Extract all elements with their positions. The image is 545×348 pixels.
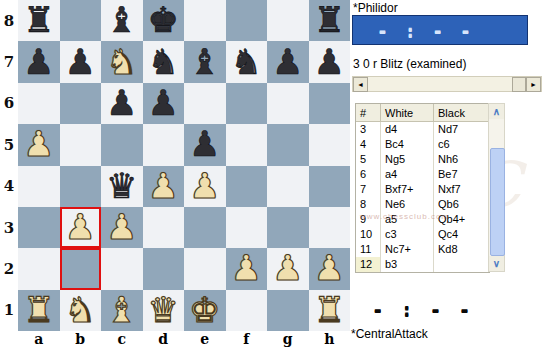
rank-label-7: 7 — [0, 41, 18, 82]
square-h8[interactable]: ♜ — [309, 0, 351, 41]
square-b2[interactable] — [60, 248, 102, 289]
piece-white-rook: ♜ — [23, 293, 54, 328]
move-cell-12-num[interactable]: 12 — [356, 257, 381, 272]
piece-white-pawn: ♟ — [65, 210, 96, 245]
square-h5[interactable] — [309, 124, 351, 165]
square-b1[interactable]: ♞ — [60, 290, 102, 331]
square-e5[interactable]: ♟ — [184, 124, 226, 165]
file-labels: abcdefgh — [18, 331, 350, 348]
move-row-5[interactable]: 5Ng5Nh6 — [356, 152, 489, 167]
chess-app-window: 87654321 ♜♝♚♜♟♟♞♞♝♞♟♟♟♟♟♟♛♟♟♟♟♟♟♟♜♞♝♛♚♜ … — [0, 0, 545, 348]
square-c1[interactable]: ♝ — [101, 290, 143, 331]
piece-black-bishop: ♝ — [106, 3, 137, 38]
move-cell-10-num[interactable]: 10 — [356, 227, 381, 242]
move-header-white: White — [381, 104, 434, 122]
move-row-4[interactable]: 4Bc4c6 — [356, 137, 489, 152]
rank-labels: 87654321 — [0, 0, 18, 331]
square-c8[interactable]: ♝ — [101, 0, 143, 41]
square-a6[interactable] — [18, 83, 60, 124]
square-h7[interactable]: ♟ — [309, 41, 351, 82]
move-row-11[interactable]: 11Nc7+Kd8 — [356, 242, 489, 257]
square-a1[interactable]: ♜ — [18, 290, 60, 331]
move-cell-4-black[interactable]: c6 — [434, 137, 489, 152]
move-row-8[interactable]: 8Ne6Qb6 — [356, 197, 489, 212]
piece-white-pawn: ♟ — [272, 251, 303, 286]
square-d5[interactable] — [143, 124, 185, 165]
square-h2[interactable]: ♟ — [309, 248, 351, 289]
square-c7[interactable]: ♞ — [101, 41, 143, 82]
piece-black-pawn: ♟ — [272, 45, 303, 80]
square-a8[interactable]: ♜ — [18, 0, 60, 41]
square-f4[interactable] — [226, 166, 268, 207]
move-header-black: Black — [434, 104, 489, 122]
square-c4[interactable]: ♛ — [101, 166, 143, 207]
square-a3[interactable] — [18, 207, 60, 248]
move-row-12[interactable]: 12b3 — [356, 257, 489, 272]
square-b3[interactable]: ♟ — [60, 207, 102, 248]
move-header-num: # — [356, 104, 381, 122]
square-e4[interactable]: ♟ — [184, 166, 226, 207]
piece-black-pawn: ♟ — [314, 45, 345, 80]
piece-white-pawn: ♟ — [314, 251, 345, 286]
square-c6[interactable]: ♟ — [101, 83, 143, 124]
player-name-bottom: *CentralAttack — [351, 327, 428, 341]
square-f7[interactable]: ♞ — [226, 41, 268, 82]
piece-white-pawn: ♟ — [189, 169, 220, 204]
square-g7[interactable]: ♟ — [267, 41, 309, 82]
square-a2[interactable] — [18, 248, 60, 289]
piece-black-queen: ♛ — [106, 169, 137, 204]
scrollbar-down-arrow-icon[interactable]: ∨ — [489, 256, 504, 271]
piece-white-knight: ♞ — [106, 45, 137, 80]
square-g4[interactable] — [267, 166, 309, 207]
move-cell-6-black[interactable]: Be7 — [434, 167, 489, 182]
player-name-top: *Philidor — [353, 1, 398, 15]
move-cell-10-white[interactable]: c3 — [381, 227, 434, 242]
move-cell-8-num[interactable]: 8 — [356, 197, 381, 212]
move-cell-4-white[interactable]: Bc4 — [381, 137, 434, 152]
square-a7[interactable]: ♟ — [18, 41, 60, 82]
square-h4[interactable] — [309, 166, 351, 207]
move-cell-3-black[interactable]: Nd7 — [434, 122, 489, 137]
square-c5[interactable] — [101, 124, 143, 165]
piece-white-pawn: ♟ — [106, 210, 137, 245]
move-cell-7-black[interactable]: Nxf7 — [434, 182, 489, 197]
square-e6[interactable] — [184, 83, 226, 124]
file-label-c: c — [101, 331, 143, 348]
piece-white-pawn: ♟ — [23, 127, 54, 162]
piece-white-king: ♚ — [189, 293, 220, 328]
square-e8[interactable] — [184, 0, 226, 41]
move-cell-11-white[interactable]: Nc7+ — [381, 242, 434, 257]
file-label-g: g — [267, 331, 309, 348]
top-player-clock: - : - - — [352, 15, 528, 45]
chess-board: ♜♝♚♜♟♟♞♞♝♞♟♟♟♟♟♟♛♟♟♟♟♟♟♟♜♞♝♛♚♜ — [18, 0, 350, 331]
move-cell-5-black[interactable]: Nh6 — [434, 152, 489, 167]
move-row-9[interactable]: 9a5Qb4+ — [356, 212, 489, 227]
square-b8[interactable] — [60, 0, 102, 41]
piece-white-pawn: ♟ — [231, 251, 262, 286]
square-c2[interactable] — [101, 248, 143, 289]
square-d4[interactable]: ♟ — [143, 166, 185, 207]
square-f6[interactable] — [226, 83, 268, 124]
move-cell-4-num[interactable]: 4 — [356, 137, 381, 152]
square-e1[interactable]: ♚ — [184, 290, 226, 331]
move-cell-3-white[interactable]: d4 — [381, 122, 434, 137]
piece-white-pawn: ♟ — [148, 169, 179, 204]
square-h6[interactable] — [309, 83, 351, 124]
move-cell-12-white[interactable]: b3 — [381, 257, 434, 272]
square-b5[interactable] — [60, 124, 102, 165]
move-cell-10-black[interactable]: Qc4 — [434, 227, 489, 242]
piece-black-pawn: ♟ — [106, 86, 137, 121]
square-a5[interactable]: ♟ — [18, 124, 60, 165]
square-g5[interactable] — [267, 124, 309, 165]
piece-black-bishop: ♝ — [189, 45, 220, 80]
rank-label-1: 1 — [0, 290, 18, 331]
move-cell-8-black[interactable]: Qb6 — [434, 197, 489, 212]
piece-white-bishop: ♝ — [106, 293, 137, 328]
square-d7[interactable]: ♞ — [143, 41, 185, 82]
square-d3[interactable] — [143, 207, 185, 248]
move-cell-7-num[interactable]: 7 — [356, 182, 381, 197]
square-b7[interactable]: ♟ — [60, 41, 102, 82]
move-row-6[interactable]: 6a4Be7 — [356, 167, 489, 182]
move-cell-12-black[interactable] — [434, 257, 489, 272]
move-cell-11-black[interactable]: Kd8 — [434, 242, 489, 257]
square-a4[interactable] — [18, 166, 60, 207]
piece-black-knight: ♞ — [231, 45, 262, 80]
move-cell-3-num[interactable]: 3 — [356, 122, 381, 137]
move-row-3[interactable]: 3d4Nd7 — [356, 122, 489, 137]
move-cell-8-white[interactable]: Ne6 — [381, 197, 434, 212]
square-e2[interactable] — [184, 248, 226, 289]
bottom-player-clock: - : - - — [372, 298, 473, 320]
move-cell-9-white[interactable]: a5 — [381, 212, 434, 227]
square-f2[interactable]: ♟ — [226, 248, 268, 289]
piece-black-knight: ♞ — [148, 45, 179, 80]
square-e7[interactable]: ♝ — [184, 41, 226, 82]
scrollbar-thumb[interactable] — [490, 148, 505, 256]
square-d8[interactable]: ♚ — [143, 0, 185, 41]
piece-black-pawn: ♟ — [23, 45, 54, 80]
rank-label-3: 3 — [0, 207, 18, 248]
file-label-d: d — [143, 331, 185, 348]
file-label-e: e — [184, 331, 226, 348]
square-f5[interactable] — [226, 124, 268, 165]
piece-black-king: ♚ — [148, 3, 179, 38]
move-cell-5-white[interactable]: Ng5 — [381, 152, 434, 167]
move-cell-6-num[interactable]: 6 — [356, 167, 381, 182]
move-cell-5-num[interactable]: 5 — [356, 152, 381, 167]
scrollbar-up-arrow-icon[interactable]: ∧ — [489, 104, 504, 119]
move-cell-9-num[interactable]: 9 — [356, 212, 381, 227]
square-f8[interactable] — [226, 0, 268, 41]
square-e3[interactable] — [184, 207, 226, 248]
square-f3[interactable] — [226, 207, 268, 248]
rank-label-6: 6 — [0, 83, 18, 124]
game-info-line: 3 0 r Blitz (examined) — [353, 57, 466, 71]
square-g2[interactable]: ♟ — [267, 248, 309, 289]
piece-black-pawn: ♟ — [148, 86, 179, 121]
square-b4[interactable] — [60, 166, 102, 207]
square-h3[interactable] — [309, 207, 351, 248]
rank-label-5: 5 — [0, 124, 18, 165]
slider-thumb[interactable] — [512, 77, 526, 92]
piece-white-queen: ♛ — [148, 293, 179, 328]
move-row-7[interactable]: 7Bxf7+Nxf7 — [356, 182, 489, 197]
piece-white-knight: ♞ — [65, 293, 96, 328]
piece-black-rook: ♜ — [23, 3, 54, 38]
rank-label-2: 2 — [0, 248, 18, 289]
move-cell-11-num[interactable]: 11 — [356, 242, 381, 257]
rank-label-8: 8 — [0, 0, 18, 41]
square-g6[interactable] — [267, 83, 309, 124]
file-label-f: f — [226, 331, 268, 348]
slider-left-arrow-icon[interactable]: ◄ — [353, 77, 368, 92]
move-list-table: #WhiteBlack3d4Nd74Bc4c65Ng5Nh66a4Be77Bxf… — [355, 103, 490, 273]
square-b6[interactable] — [60, 83, 102, 124]
square-d2[interactable] — [143, 248, 185, 289]
slider-right-arrow-icon[interactable]: ► — [526, 77, 541, 92]
square-c3[interactable]: ♟ — [101, 207, 143, 248]
move-cell-6-white[interactable]: a4 — [381, 167, 434, 182]
piece-white-rook: ♜ — [314, 293, 345, 328]
piece-black-pawn: ♟ — [189, 127, 220, 162]
move-list-scrollbar[interactable]: ∧ ∨ — [488, 103, 505, 272]
game-panel: *Philidor - : - - 3 0 r Blitz (examined)… — [350, 0, 545, 348]
piece-black-pawn: ♟ — [65, 45, 96, 80]
file-label-h: h — [309, 331, 351, 348]
move-row-10[interactable]: 10c3Qc4 — [356, 227, 489, 242]
square-h1[interactable]: ♜ — [309, 290, 351, 331]
piece-black-rook: ♜ — [314, 3, 345, 38]
square-d1[interactable]: ♛ — [143, 290, 185, 331]
file-label-a: a — [18, 331, 60, 348]
square-g1[interactable] — [267, 290, 309, 331]
square-g8[interactable] — [267, 0, 309, 41]
move-cell-9-black[interactable]: Qb4+ — [434, 212, 489, 227]
rank-label-4: 4 — [0, 166, 18, 207]
file-label-b: b — [60, 331, 102, 348]
square-f1[interactable] — [226, 290, 268, 331]
square-g3[interactable] — [267, 207, 309, 248]
square-d6[interactable]: ♟ — [143, 83, 185, 124]
move-slider[interactable]: ◄ ► — [352, 76, 542, 92]
move-cell-7-white[interactable]: Bxf7+ — [381, 182, 434, 197]
